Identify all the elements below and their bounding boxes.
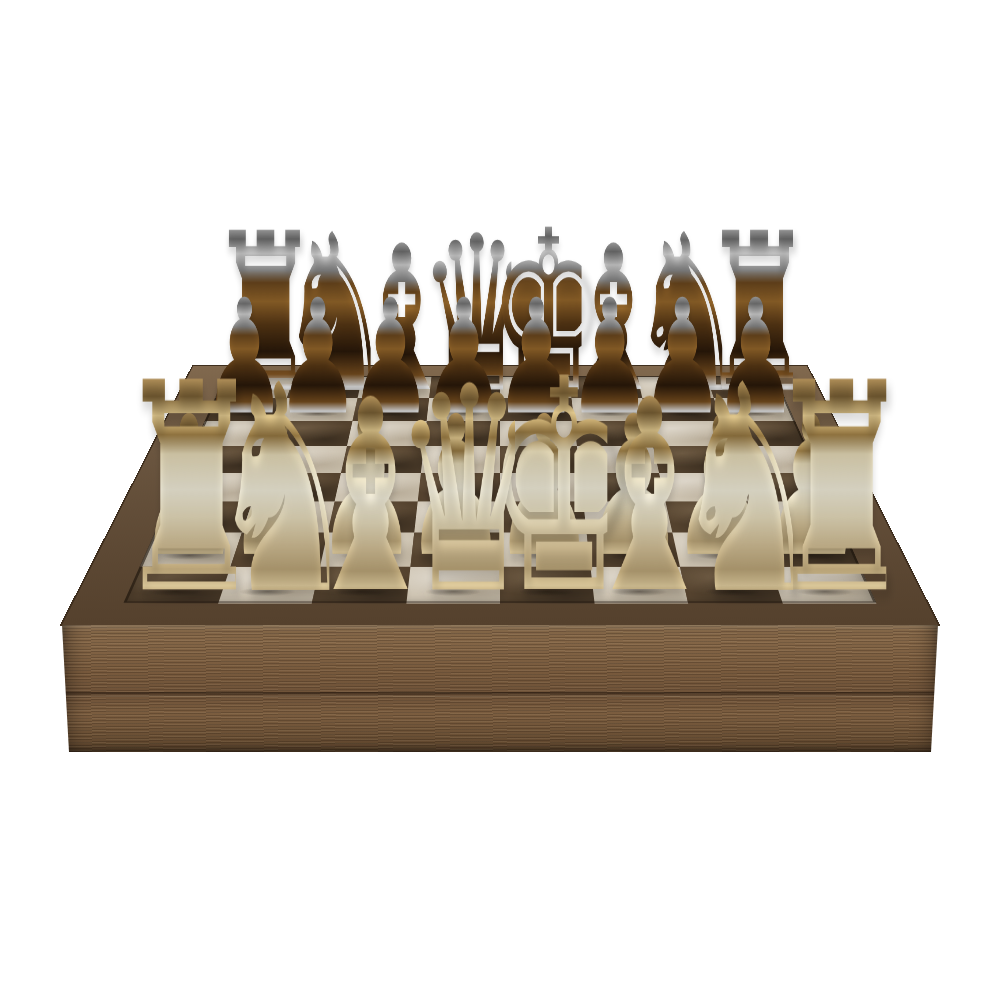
square-d4[interactable] xyxy=(417,473,500,502)
square-h2[interactable]: ♟ xyxy=(759,533,860,567)
piece-shadow xyxy=(772,550,851,562)
square-g8[interactable]: ♞ xyxy=(638,377,714,398)
square-b7[interactable]: ♟ xyxy=(279,398,358,421)
square-h7[interactable]: ♟ xyxy=(714,398,795,421)
square-g7[interactable]: ♟ xyxy=(642,398,721,421)
square-f8[interactable]: ♝ xyxy=(569,377,643,398)
square-b1[interactable]: ♞ xyxy=(218,566,320,603)
piece-shadow xyxy=(432,410,494,418)
square-d8[interactable]: ♛ xyxy=(429,377,500,398)
piece-shadow xyxy=(414,585,493,598)
box-lid-seam xyxy=(62,692,938,697)
piece-shadow xyxy=(784,585,867,598)
square-e1[interactable]: ♚ xyxy=(500,566,594,603)
square-e2[interactable]: ♟ xyxy=(500,533,590,567)
square-d3[interactable] xyxy=(414,501,500,532)
square-b2[interactable]: ♟ xyxy=(230,533,328,567)
piece-shadow xyxy=(646,387,707,394)
square-h1[interactable]: ♜ xyxy=(770,566,877,603)
piece-shadow xyxy=(364,387,424,394)
square-e8[interactable]: ♚ xyxy=(500,377,571,398)
piece-shadow xyxy=(435,387,495,394)
square-a4[interactable] xyxy=(169,473,261,502)
square-d2[interactable]: ♟ xyxy=(410,533,500,567)
square-b6[interactable] xyxy=(270,421,352,446)
piece-shadow xyxy=(600,585,680,598)
square-c1[interactable]: ♝ xyxy=(312,566,410,603)
piece-shadow xyxy=(506,387,566,394)
scene: ♜♞♝♛♚♝♞♜♟♟♟♟♟♟♟♟♟♟♟♟♟♟♟♟♜♞♝♛♚♝♞♜ xyxy=(0,0,1000,1000)
square-e4[interactable] xyxy=(500,473,583,502)
piece-shadow xyxy=(578,410,641,418)
square-g6[interactable] xyxy=(648,421,730,446)
piece-shadow xyxy=(651,410,715,418)
square-c5[interactable] xyxy=(341,446,423,473)
square-f6[interactable] xyxy=(574,421,653,446)
square-c4[interactable] xyxy=(335,473,421,502)
square-b3[interactable] xyxy=(241,501,334,532)
piece-shadow xyxy=(595,550,672,562)
square-e3[interactable] xyxy=(500,501,586,532)
square-e6[interactable] xyxy=(500,421,577,446)
square-h6[interactable] xyxy=(721,421,806,446)
square-g1[interactable]: ♞ xyxy=(680,566,782,603)
square-c7[interactable]: ♟ xyxy=(352,398,428,421)
square-f3[interactable] xyxy=(583,501,673,532)
square-f1[interactable]: ♝ xyxy=(590,566,688,603)
square-a7[interactable]: ♟ xyxy=(205,398,286,421)
square-h8[interactable]: ♜ xyxy=(706,377,784,398)
square-g2[interactable]: ♟ xyxy=(672,533,770,567)
square-a1[interactable]: ♜ xyxy=(124,566,231,603)
chess-board: ♜♞♝♛♚♝♞♜♟♟♟♟♟♟♟♟♟♟♟♟♟♟♟♟♜♞♝♛♚♝♞♜ xyxy=(62,366,938,625)
piece-shadow xyxy=(149,550,228,562)
square-b5[interactable] xyxy=(262,446,347,473)
piece-shadow xyxy=(222,387,284,394)
square-b8[interactable]: ♞ xyxy=(286,377,362,398)
piece-shadow xyxy=(418,550,493,562)
square-g5[interactable] xyxy=(653,446,738,473)
piece-shadow xyxy=(683,550,761,562)
square-c2[interactable]: ♟ xyxy=(320,533,414,567)
piece-shadow xyxy=(286,410,350,418)
piece-shadow xyxy=(293,387,354,394)
square-d1[interactable]: ♛ xyxy=(406,566,500,603)
piece-shadow xyxy=(507,585,586,598)
square-d6[interactable] xyxy=(423,421,500,446)
square-g4[interactable] xyxy=(659,473,748,502)
piece-shadow xyxy=(227,585,309,598)
box-front-panel xyxy=(62,625,938,752)
piece-shadow xyxy=(328,550,405,562)
piece-shadow xyxy=(716,387,778,394)
square-e7[interactable]: ♟ xyxy=(500,398,574,421)
piece-shadow xyxy=(133,585,216,598)
square-d5[interactable] xyxy=(421,446,500,473)
square-h3[interactable] xyxy=(748,501,845,532)
square-f2[interactable]: ♟ xyxy=(586,533,680,567)
square-a6[interactable] xyxy=(194,421,279,446)
square-g3[interactable] xyxy=(665,501,758,532)
piece-shadow xyxy=(212,410,276,418)
square-b4[interactable] xyxy=(252,473,341,502)
piece-shadow xyxy=(692,585,774,598)
piece-shadow xyxy=(359,410,422,418)
playfield: ♜♞♝♛♚♝♞♜♟♟♟♟♟♟♟♟♟♟♟♟♟♟♟♟♜♞♝♛♚♝♞♜ xyxy=(124,377,877,604)
piece-shadow xyxy=(507,550,582,562)
square-h4[interactable] xyxy=(738,473,830,502)
square-a5[interactable] xyxy=(182,446,270,473)
piece-shadow xyxy=(723,410,787,418)
square-a3[interactable] xyxy=(155,501,252,532)
piece-shadow xyxy=(506,410,568,418)
square-e5[interactable] xyxy=(500,446,579,473)
square-c8[interactable]: ♝ xyxy=(358,377,432,398)
square-a2[interactable]: ♟ xyxy=(140,533,241,567)
square-a8[interactable]: ♜ xyxy=(215,377,293,398)
square-c6[interactable] xyxy=(347,421,426,446)
square-f7[interactable]: ♟ xyxy=(571,398,647,421)
square-d7[interactable]: ♟ xyxy=(426,398,500,421)
square-c3[interactable] xyxy=(328,501,418,532)
square-h5[interactable] xyxy=(730,446,818,473)
piece-shadow xyxy=(239,550,317,562)
piece-shadow xyxy=(320,585,400,598)
square-f4[interactable] xyxy=(579,473,665,502)
piece-shadow xyxy=(576,387,636,394)
square-f5[interactable] xyxy=(577,446,659,473)
